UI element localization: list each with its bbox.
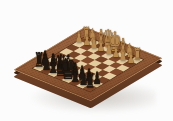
piece-white-knight: ♞: [89, 26, 98, 45]
piece-white-pawn: ♟: [127, 52, 134, 67]
piece-white-pawn: ♟: [112, 46, 119, 61]
piece-white-queen: ♛: [102, 27, 114, 51]
piece-white-pawn: ♟: [83, 34, 90, 49]
piece-black-rook: ♜: [85, 71, 95, 92]
piece-white-bishop: ♝: [96, 28, 106, 49]
piece-black-pawn: ♟: [85, 67, 94, 84]
piece-black-pawn: ♟: [92, 70, 101, 87]
piece-black-bishop: ♝: [69, 61, 82, 87]
piece-white-pawn: ♟: [90, 37, 97, 52]
piece-white-pawn: ♟: [120, 49, 127, 64]
piece-black-pawn: ♟: [56, 55, 65, 72]
piece-white-pawn: ♟: [76, 31, 83, 46]
piece-black-rook: ♜: [34, 50, 44, 71]
piece-white-pawn: ♟: [98, 40, 105, 55]
piece-white-rook: ♜: [133, 46, 141, 63]
piece-black-queen: ♛: [53, 51, 68, 81]
piece-black-knight: ♞: [77, 66, 89, 90]
piece-white-bishop: ♝: [118, 37, 128, 58]
piece-white-knight: ♞: [125, 41, 134, 60]
piece-black-king: ♚: [60, 51, 77, 85]
piece-white-king: ♚: [109, 28, 122, 55]
piece-black-bishop: ♝: [47, 52, 60, 78]
piece-black-pawn: ♟: [49, 52, 58, 69]
piece-black-knight: ♞: [40, 51, 52, 75]
piece-white-rook: ♜: [82, 25, 90, 42]
piece-black-pawn: ♟: [78, 64, 87, 81]
piece-white-pawn: ♟: [105, 43, 112, 58]
piece-black-pawn: ♟: [63, 58, 72, 75]
pieces-layer: ♜♞♝♛♚♝♞♜♟♟♟♟♟♟♟♟♟♟♟♟♟♟♟♟♜♞♝♛♚♝♞♜: [0, 0, 173, 121]
piece-black-pawn: ♟: [70, 61, 79, 78]
chess-set-photo: ♜♞♝♛♚♝♞♜♟♟♟♟♟♟♟♟♟♟♟♟♟♟♟♟♜♞♝♛♚♝♞♜: [0, 0, 173, 121]
piece-black-pawn: ♟: [41, 49, 50, 66]
